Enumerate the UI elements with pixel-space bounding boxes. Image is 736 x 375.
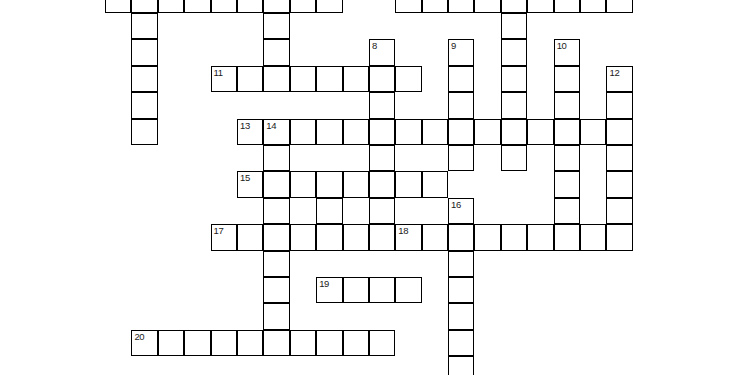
clue-number-13: 13	[240, 120, 250, 131]
cell-r5c13[interactable]	[448, 119, 474, 145]
cell-r12c6[interactable]	[263, 303, 289, 329]
cell-r9c6[interactable]	[263, 224, 289, 250]
cell-r11c11[interactable]	[395, 277, 421, 303]
cell-r13c2[interactable]	[158, 330, 184, 356]
cell-r6c13[interactable]	[448, 145, 474, 171]
cell-r11c9[interactable]	[343, 277, 369, 303]
cell-r9c12[interactable]	[422, 224, 448, 250]
cell-r0c12[interactable]	[422, 0, 448, 13]
cell-r8c19[interactable]	[606, 198, 632, 224]
cell-r3c10[interactable]	[369, 66, 395, 92]
cell-r9c11[interactable]: 18	[395, 224, 421, 250]
clue-number-18: 18	[398, 225, 408, 236]
cell-r2c6[interactable]	[263, 39, 289, 65]
cell-r0c14[interactable]	[474, 0, 500, 13]
cell-r3c8[interactable]	[316, 66, 342, 92]
cell-r3c15[interactable]	[501, 66, 527, 92]
cell-r5c15[interactable]	[501, 119, 527, 145]
cell-r8c8[interactable]	[316, 198, 342, 224]
cell-r14c13[interactable]	[448, 356, 474, 375]
cell-r7c17[interactable]	[554, 171, 580, 197]
cell-r0c0[interactable]	[105, 0, 131, 13]
cell-r0c5[interactable]	[237, 0, 263, 13]
cell-r4c13[interactable]	[448, 92, 474, 118]
cell-r3c7[interactable]	[290, 66, 316, 92]
cell-r9c13[interactable]	[448, 224, 474, 250]
cell-r5c10[interactable]	[369, 119, 395, 145]
cell-r6c15[interactable]	[501, 145, 527, 171]
cell-r4c17[interactable]	[554, 92, 580, 118]
cell-r5c7[interactable]	[290, 119, 316, 145]
cell-r7c19[interactable]	[606, 171, 632, 197]
cell-r9c9[interactable]	[343, 224, 369, 250]
cell-r8c13[interactable]: 16	[448, 198, 474, 224]
cell-r0c15[interactable]	[501, 0, 527, 13]
clue-number-17: 17	[214, 225, 224, 236]
cell-r3c13[interactable]	[448, 66, 474, 92]
cell-r5c19[interactable]	[606, 119, 632, 145]
cell-r6c19[interactable]	[606, 145, 632, 171]
cell-r5c1[interactable]	[131, 119, 157, 145]
cell-r9c4[interactable]: 17	[211, 224, 237, 250]
cell-r5c9[interactable]	[343, 119, 369, 145]
cell-r11c6[interactable]	[263, 277, 289, 303]
cell-r3c6[interactable]	[263, 66, 289, 92]
cell-r5c14[interactable]	[474, 119, 500, 145]
cell-r13c3[interactable]	[184, 330, 210, 356]
cell-r0c3[interactable]	[184, 0, 210, 13]
cell-r9c10[interactable]	[369, 224, 395, 250]
clue-number-19: 19	[319, 278, 329, 289]
cell-r7c6[interactable]	[263, 171, 289, 197]
cell-r3c4[interactable]: 11	[211, 66, 237, 92]
cell-r0c13[interactable]	[448, 0, 474, 13]
cell-r9c14[interactable]	[474, 224, 500, 250]
cell-r9c17[interactable]	[554, 224, 580, 250]
clue-number-9: 9	[451, 40, 456, 51]
cell-r6c6[interactable]	[263, 145, 289, 171]
clue-number-20: 20	[134, 331, 144, 342]
cell-r5c12[interactable]	[422, 119, 448, 145]
cell-r7c12[interactable]	[422, 171, 448, 197]
cell-r11c8[interactable]: 19	[316, 277, 342, 303]
cell-r0c2[interactable]	[158, 0, 184, 13]
cell-r13c7[interactable]	[290, 330, 316, 356]
cell-r9c19[interactable]	[606, 224, 632, 250]
cell-r1c1[interactable]	[131, 13, 157, 39]
cell-r0c6[interactable]	[263, 0, 289, 13]
cell-r13c10[interactable]	[369, 330, 395, 356]
cell-r9c7[interactable]	[290, 224, 316, 250]
cell-r4c15[interactable]	[501, 92, 527, 118]
cell-r2c15[interactable]	[501, 39, 527, 65]
cell-r2c1[interactable]	[131, 39, 157, 65]
cell-r13c13[interactable]	[448, 330, 474, 356]
cell-r9c15[interactable]	[501, 224, 527, 250]
cell-r1c6[interactable]	[263, 13, 289, 39]
cell-r3c19[interactable]: 12	[606, 66, 632, 92]
cell-r9c5[interactable]	[237, 224, 263, 250]
clue-number-10: 10	[557, 40, 567, 51]
cell-r6c17[interactable]	[554, 145, 580, 171]
cell-r12c13[interactable]	[448, 303, 474, 329]
cell-r7c8[interactable]	[316, 171, 342, 197]
cell-r5c6[interactable]: 14	[263, 119, 289, 145]
clue-number-15: 15	[240, 172, 250, 183]
cell-r7c5[interactable]: 15	[237, 171, 263, 197]
cell-r5c8[interactable]	[316, 119, 342, 145]
cell-r6c10[interactable]	[369, 145, 395, 171]
cell-r0c19[interactable]	[606, 0, 632, 13]
cell-r4c10[interactable]	[369, 92, 395, 118]
cell-r0c11[interactable]	[395, 0, 421, 13]
cell-r0c17[interactable]	[554, 0, 580, 13]
cell-r11c13[interactable]	[448, 277, 474, 303]
cell-r5c18[interactable]	[580, 119, 606, 145]
cell-r8c10[interactable]	[369, 198, 395, 224]
clue-number-14: 14	[266, 120, 276, 131]
cell-r8c6[interactable]	[263, 198, 289, 224]
cell-r4c19[interactable]	[606, 92, 632, 118]
crossword-board: 891011121314151617181920	[105, 0, 633, 375]
clue-number-16: 16	[451, 199, 461, 210]
cell-r0c8[interactable]	[316, 0, 342, 13]
cell-r4c1[interactable]	[131, 92, 157, 118]
cell-r5c5[interactable]: 13	[237, 119, 263, 145]
cell-r2c13[interactable]: 9	[448, 39, 474, 65]
cell-r13c6[interactable]	[263, 330, 289, 356]
cell-r2c17[interactable]: 10	[554, 39, 580, 65]
cell-r13c5[interactable]	[237, 330, 263, 356]
cell-r10c6[interactable]	[263, 251, 289, 277]
cell-r0c7[interactable]	[290, 0, 316, 13]
clue-number-8: 8	[372, 40, 377, 51]
cell-r0c16[interactable]	[527, 0, 553, 13]
clue-number-12: 12	[609, 67, 619, 78]
cell-r7c7[interactable]	[290, 171, 316, 197]
cell-r7c11[interactable]	[395, 171, 421, 197]
cell-r5c16[interactable]	[527, 119, 553, 145]
cell-r5c11[interactable]	[395, 119, 421, 145]
cell-r3c9[interactable]	[343, 66, 369, 92]
cell-r1c15[interactable]	[501, 13, 527, 39]
cell-r7c10[interactable]	[369, 171, 395, 197]
cell-r11c10[interactable]	[369, 277, 395, 303]
cell-r13c9[interactable]	[343, 330, 369, 356]
cell-r8c17[interactable]	[554, 198, 580, 224]
cell-r3c5[interactable]	[237, 66, 263, 92]
cell-r2c10[interactable]: 8	[369, 39, 395, 65]
page-canvas: 891011121314151617181920	[0, 0, 736, 375]
cell-r3c1[interactable]	[131, 66, 157, 92]
cell-r0c4[interactable]	[211, 0, 237, 13]
cell-r9c18[interactable]	[580, 224, 606, 250]
cell-r13c1[interactable]: 20	[131, 330, 157, 356]
cell-r13c8[interactable]	[316, 330, 342, 356]
cell-r7c9[interactable]	[343, 171, 369, 197]
cell-r13c4[interactable]	[211, 330, 237, 356]
cell-r3c11[interactable]	[395, 66, 421, 92]
cell-r3c17[interactable]	[554, 66, 580, 92]
cell-r5c17[interactable]	[554, 119, 580, 145]
cell-r0c1[interactable]	[131, 0, 157, 13]
cell-r0c18[interactable]	[580, 0, 606, 13]
clue-number-11: 11	[214, 67, 223, 78]
cell-r9c16[interactable]	[527, 224, 553, 250]
cell-r9c8[interactable]	[316, 224, 342, 250]
cell-r10c13[interactable]	[448, 251, 474, 277]
